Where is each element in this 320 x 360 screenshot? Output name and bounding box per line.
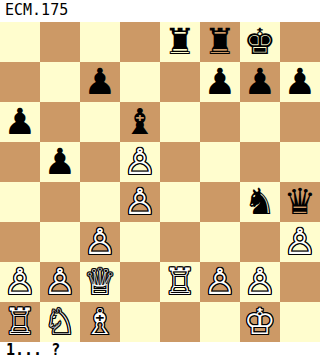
chess-board: ♜♜♚♟♟♟♟♟♝♟♙♙♞♛♙♙♙♙♕♖♙♙♖♘♗♔ (0, 22, 320, 342)
square-a5[interactable] (0, 142, 40, 182)
square-b4[interactable] (40, 182, 80, 222)
square-d5[interactable]: ♙ (120, 142, 160, 182)
piece-white-pawn[interactable]: ♙ (244, 262, 276, 302)
square-c3[interactable]: ♙ (80, 222, 120, 262)
piece-white-bishop[interactable]: ♗ (84, 302, 116, 342)
piece-black-pawn[interactable]: ♟ (4, 102, 36, 142)
square-f3[interactable] (200, 222, 240, 262)
square-d1[interactable] (120, 302, 160, 342)
square-b2[interactable]: ♙ (40, 262, 80, 302)
piece-black-bishop[interactable]: ♝ (124, 102, 156, 142)
piece-black-pawn[interactable]: ♟ (284, 62, 316, 102)
piece-white-pawn[interactable]: ♙ (204, 262, 236, 302)
square-d7[interactable] (120, 62, 160, 102)
square-f6[interactable] (200, 102, 240, 142)
move-prompt: 1... ? (0, 342, 320, 360)
square-h2[interactable] (280, 262, 320, 302)
square-h5[interactable] (280, 142, 320, 182)
square-f2[interactable]: ♙ (200, 262, 240, 302)
square-b6[interactable] (40, 102, 80, 142)
square-g8[interactable]: ♚ (240, 22, 280, 62)
square-a3[interactable] (0, 222, 40, 262)
square-f7[interactable]: ♟ (200, 62, 240, 102)
square-g6[interactable] (240, 102, 280, 142)
piece-black-queen[interactable]: ♛ (284, 182, 316, 222)
chess-diagram-window: ECM.175 ♜♜♚♟♟♟♟♟♝♟♙♙♞♛♙♙♙♙♕♖♙♙♖♘♗♔ 1... … (0, 0, 320, 360)
piece-white-pawn[interactable]: ♙ (124, 182, 156, 222)
square-d4[interactable]: ♙ (120, 182, 160, 222)
square-h7[interactable]: ♟ (280, 62, 320, 102)
square-c5[interactable] (80, 142, 120, 182)
square-c4[interactable] (80, 182, 120, 222)
square-g2[interactable]: ♙ (240, 262, 280, 302)
piece-black-pawn[interactable]: ♟ (204, 62, 236, 102)
square-d8[interactable] (120, 22, 160, 62)
piece-black-pawn[interactable]: ♟ (244, 62, 276, 102)
square-h4[interactable]: ♛ (280, 182, 320, 222)
square-e4[interactable] (160, 182, 200, 222)
square-a6[interactable]: ♟ (0, 102, 40, 142)
square-a1[interactable]: ♖ (0, 302, 40, 342)
piece-black-knight[interactable]: ♞ (244, 182, 276, 222)
square-h3[interactable]: ♙ (280, 222, 320, 262)
square-b8[interactable] (40, 22, 80, 62)
square-h6[interactable] (280, 102, 320, 142)
square-d2[interactable] (120, 262, 160, 302)
square-b3[interactable] (40, 222, 80, 262)
square-b1[interactable]: ♘ (40, 302, 80, 342)
square-d3[interactable] (120, 222, 160, 262)
square-h8[interactable] (280, 22, 320, 62)
square-e1[interactable] (160, 302, 200, 342)
piece-black-pawn[interactable]: ♟ (84, 62, 116, 102)
square-g4[interactable]: ♞ (240, 182, 280, 222)
piece-white-pawn[interactable]: ♙ (84, 222, 116, 262)
square-f4[interactable] (200, 182, 240, 222)
piece-white-pawn[interactable]: ♙ (124, 142, 156, 182)
square-g1[interactable]: ♔ (240, 302, 280, 342)
square-e2[interactable]: ♖ (160, 262, 200, 302)
piece-white-rook[interactable]: ♖ (164, 262, 196, 302)
square-a8[interactable] (0, 22, 40, 62)
square-e8[interactable]: ♜ (160, 22, 200, 62)
square-g7[interactable]: ♟ (240, 62, 280, 102)
square-e3[interactable] (160, 222, 200, 262)
square-e7[interactable] (160, 62, 200, 102)
square-f5[interactable] (200, 142, 240, 182)
piece-white-queen[interactable]: ♕ (84, 262, 116, 302)
square-h1[interactable] (280, 302, 320, 342)
square-c6[interactable] (80, 102, 120, 142)
square-e6[interactable] (160, 102, 200, 142)
piece-black-pawn[interactable]: ♟ (44, 142, 76, 182)
square-c7[interactable]: ♟ (80, 62, 120, 102)
square-d6[interactable]: ♝ (120, 102, 160, 142)
square-c8[interactable] (80, 22, 120, 62)
piece-white-rook[interactable]: ♖ (4, 302, 36, 342)
square-a4[interactable] (0, 182, 40, 222)
piece-white-pawn[interactable]: ♙ (4, 262, 36, 302)
square-b5[interactable]: ♟ (40, 142, 80, 182)
piece-white-pawn[interactable]: ♙ (284, 222, 316, 262)
diagram-title: ECM.175 (0, 0, 320, 22)
square-f1[interactable] (200, 302, 240, 342)
square-a2[interactable]: ♙ (0, 262, 40, 302)
square-b7[interactable] (40, 62, 80, 102)
piece-black-rook[interactable]: ♜ (164, 22, 196, 62)
piece-black-rook[interactable]: ♜ (204, 22, 236, 62)
square-g5[interactable] (240, 142, 280, 182)
square-c2[interactable]: ♕ (80, 262, 120, 302)
piece-white-king[interactable]: ♔ (244, 302, 276, 342)
square-g3[interactable] (240, 222, 280, 262)
square-f8[interactable]: ♜ (200, 22, 240, 62)
piece-white-knight[interactable]: ♘ (44, 302, 76, 342)
piece-white-pawn[interactable]: ♙ (44, 262, 76, 302)
square-a7[interactable] (0, 62, 40, 102)
square-e5[interactable] (160, 142, 200, 182)
square-c1[interactable]: ♗ (80, 302, 120, 342)
piece-black-king[interactable]: ♚ (244, 22, 276, 62)
